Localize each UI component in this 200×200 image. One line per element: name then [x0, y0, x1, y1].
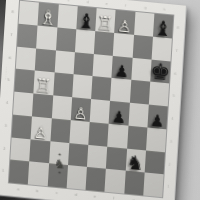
square-h5[interactable] — [149, 82, 170, 107]
square-e7[interactable] — [94, 31, 115, 56]
square-f6[interactable]: ♟ — [112, 55, 133, 80]
square-a1[interactable] — [9, 160, 30, 185]
square-e4[interactable] — [90, 99, 111, 124]
square-c4[interactable] — [51, 95, 72, 120]
square-a6[interactable] — [16, 46, 37, 71]
piece-black-pawn-f4[interactable]: ♟ — [111, 109, 126, 126]
file-label-g: g — [127, 197, 139, 200]
square-c2[interactable] — [49, 141, 70, 166]
square-d8[interactable]: ♝ — [76, 6, 97, 31]
square-g7[interactable] — [132, 35, 153, 60]
square-b6[interactable] — [35, 48, 56, 73]
square-h2[interactable] — [144, 150, 165, 175]
square-c7[interactable] — [56, 27, 77, 52]
square-c1[interactable] — [47, 164, 68, 189]
square-f2[interactable] — [106, 146, 127, 171]
file-label-b: b — [43, 0, 55, 1]
rank-label-4: 4 — [169, 111, 175, 126]
rank-label-8: 8 — [175, 20, 181, 35]
square-h4[interactable]: ♟ — [147, 105, 168, 130]
rank-label-1: 1 — [0, 163, 6, 178]
square-c8[interactable] — [57, 4, 78, 29]
square-b2[interactable] — [29, 139, 50, 164]
piece-white-rook-b5[interactable]: ♖ — [35, 76, 53, 97]
square-g8[interactable] — [134, 12, 155, 37]
square-h1[interactable] — [143, 173, 164, 198]
square-h8[interactable]: ♝ — [153, 14, 174, 39]
rank-label-1: 1 — [165, 179, 171, 194]
photo-background: 87654321 87654321 abcdefgh abcdefgh ····… — [0, 0, 200, 200]
chess-board-sheet: 87654321 87654321 abcdefgh abcdefgh ····… — [0, 0, 187, 200]
rank-label-6: 6 — [172, 66, 178, 81]
piece-white-pawn-d4[interactable]: ♙ — [73, 105, 88, 122]
square-f3[interactable] — [107, 124, 128, 149]
square-g4[interactable] — [128, 103, 149, 128]
file-label-e: e — [100, 0, 112, 7]
piece-black-bishop-d8[interactable]: ♝ — [77, 10, 96, 32]
square-c3[interactable] — [50, 118, 71, 143]
chess-board: ♗♝♖♙♝♟♚♖♙♟♟♙♞ — [9, 1, 173, 198]
square-d6[interactable] — [73, 52, 94, 77]
square-e2[interactable] — [87, 144, 108, 169]
square-a7[interactable] — [17, 24, 38, 49]
square-d2[interactable] — [68, 143, 89, 168]
square-g3[interactable] — [127, 125, 148, 150]
piece-black-pawn-h4[interactable]: ♟ — [150, 113, 165, 130]
rank-label-3: 3 — [3, 118, 9, 133]
square-f8[interactable]: ♙ — [114, 10, 135, 35]
file-label-e: e — [89, 193, 101, 200]
file-label-h: h — [146, 199, 158, 200]
rank-label-2: 2 — [1, 141, 7, 156]
file-label-f: f — [108, 195, 120, 200]
piece-white-bishop-b8[interactable]: ♗ — [38, 6, 57, 28]
rank-label-4: 4 — [4, 95, 10, 110]
piece-black-bishop-h8[interactable]: ♝ — [153, 18, 172, 40]
piece-black-knight-g2[interactable]: ♞ — [126, 153, 144, 174]
square-d4[interactable]: ♙ — [71, 97, 92, 122]
square-c5[interactable] — [53, 73, 74, 98]
square-f1[interactable] — [105, 169, 126, 194]
square-d1[interactable] — [66, 165, 87, 190]
square-h3[interactable] — [146, 127, 167, 152]
square-g6[interactable] — [131, 57, 152, 82]
square-e1[interactable] — [86, 167, 107, 192]
rank-label-3: 3 — [168, 134, 174, 149]
square-a5[interactable] — [14, 69, 35, 94]
file-label-a: a — [12, 186, 24, 193]
rank-label-5: 5 — [5, 72, 11, 87]
square-g2[interactable]: ♞ — [125, 148, 146, 173]
file-label-g: g — [139, 4, 151, 11]
rank-label-2: 2 — [167, 156, 173, 171]
file-label-h: h — [158, 6, 170, 13]
board-edge-print: ········ — [3, 67, 8, 81]
square-b5[interactable]: ♖ — [34, 71, 55, 96]
file-label-c: c — [50, 189, 62, 196]
rank-label-7: 7 — [8, 27, 14, 42]
piece-white-rook-e8[interactable]: ♖ — [96, 13, 114, 34]
piece-black-pawn-f6[interactable]: ♟ — [114, 63, 129, 80]
square-f5[interactable] — [110, 78, 131, 103]
square-d5[interactable] — [72, 74, 93, 99]
square-g1[interactable] — [124, 171, 145, 196]
file-label-d: d — [81, 0, 93, 5]
square-b8[interactable]: ♗ — [38, 3, 59, 28]
square-f7[interactable] — [113, 33, 134, 58]
square-g5[interactable] — [129, 80, 150, 105]
file-label-b: b — [31, 187, 43, 194]
rank-label-8: 8 — [10, 4, 16, 19]
square-b1[interactable] — [28, 162, 49, 187]
square-b4[interactable] — [32, 94, 53, 119]
piece-white-pawn-f8[interactable]: ♙ — [117, 18, 132, 35]
file-label-d: d — [70, 191, 82, 198]
piece-black-king-h6[interactable]: ♚ — [150, 61, 171, 85]
square-a4[interactable] — [13, 92, 34, 117]
piece-white-pawn-b3[interactable]: ♙ — [33, 124, 48, 141]
square-b3[interactable]: ♙ — [31, 116, 52, 141]
rank-label-5: 5 — [171, 88, 177, 103]
square-h6[interactable]: ♚ — [150, 59, 171, 84]
square-a2[interactable] — [10, 137, 31, 162]
square-e5[interactable] — [91, 76, 112, 101]
square-e8[interactable]: ♖ — [95, 8, 116, 33]
square-d3[interactable] — [69, 120, 90, 145]
square-c6[interactable] — [54, 50, 75, 75]
square-f4[interactable]: ♟ — [109, 101, 130, 126]
rank-label-6: 6 — [7, 50, 13, 65]
file-label-f: f — [120, 2, 132, 9]
file-label-c: c — [62, 0, 74, 3]
square-e6[interactable] — [92, 54, 113, 79]
rank-label-7: 7 — [173, 43, 179, 58]
square-e3[interactable] — [88, 122, 109, 147]
square-a8[interactable] — [19, 1, 40, 26]
square-a3[interactable] — [12, 114, 33, 139]
